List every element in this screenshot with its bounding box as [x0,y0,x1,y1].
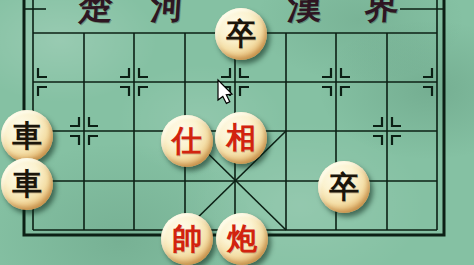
river-label-he: 河 [145,0,192,24]
river-label-han: 漢 [282,0,329,24]
piece-red-advisor[interactable]: 仕 [161,115,213,167]
piece-red-cannon[interactable]: 炮 [216,213,268,265]
piece-glyph: 仕 [172,126,202,156]
piece-glyph: 卒 [226,19,256,49]
river-label-jie: 界 [359,0,406,24]
piece-glyph: 車 [12,121,42,151]
piece-black-soldier[interactable]: 卒 [215,8,267,60]
piece-glyph: 相 [226,123,256,153]
piece-glyph: 車 [12,169,42,199]
piece-glyph: 帥 [172,224,202,254]
piece-red-elephant[interactable]: 相 [215,112,267,164]
piece-black-chariot[interactable]: 車 [1,110,53,162]
piece-red-general[interactable]: 帥 [161,213,213,265]
piece-black-chariot[interactable]: 車 [1,158,53,210]
river-label-chu: 楚 [73,0,120,24]
piece-glyph: 炮 [227,224,257,254]
xiangqi-board[interactable]: 楚 河 漢 界 卒車車仕相卒帥炮 [0,0,474,265]
piece-glyph: 卒 [329,172,359,202]
piece-black-soldier[interactable]: 卒 [318,161,370,213]
